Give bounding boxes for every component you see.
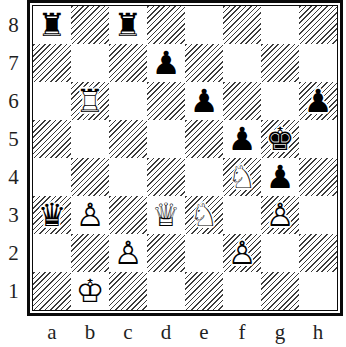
square-c7[interactable] [109,44,147,82]
square-f6[interactable] [223,82,261,120]
square-e5[interactable] [185,120,223,158]
piece-white-rook-b6[interactable]: ♜♖ [71,82,109,120]
square-d6[interactable] [147,82,185,120]
square-c3[interactable] [109,196,147,234]
piece-black-king-g5[interactable]: ♚♚ [261,120,299,158]
piece-black-pawn-g4[interactable]: ♟♟ [261,158,299,196]
black-queen-icon: ♛ [33,196,71,234]
piece-black-pawn-d7[interactable]: ♟♟ [147,44,185,82]
square-e3[interactable]: ♞♘ [185,196,223,234]
white-pawn-icon: ♙ [109,234,147,272]
black-rook-icon: ♜ [109,6,147,44]
square-g8[interactable] [261,6,299,44]
piece-white-pawn-b3[interactable]: ♟♙ [71,196,109,234]
square-g7[interactable] [261,44,299,82]
square-g6[interactable] [261,82,299,120]
square-h3[interactable] [299,196,337,234]
black-pawn-icon: ♟ [261,158,299,196]
piece-white-pawn-f2[interactable]: ♟♙ [223,234,261,272]
square-e6[interactable]: ♟♟ [185,82,223,120]
file-label-b: b [71,319,109,345]
square-f1[interactable] [223,272,261,310]
square-d8[interactable] [147,6,185,44]
white-pawn-icon: ♙ [71,196,109,234]
square-d7[interactable]: ♟♟ [147,44,185,82]
piece-white-pawn-g3[interactable]: ♟♙ [261,196,299,234]
white-knight-icon: ♘ [185,196,223,234]
black-pawn-icon: ♟ [299,82,337,120]
square-h1[interactable] [299,272,337,310]
piece-black-pawn-f5[interactable]: ♟♟ [223,120,261,158]
square-f4[interactable]: ♞♘ [223,158,261,196]
file-label-g: g [261,319,299,345]
piece-white-king-b1[interactable]: ♚♔ [71,272,109,310]
white-king-icon: ♔ [71,272,109,310]
piece-white-knight-e3[interactable]: ♞♘ [185,196,223,234]
square-f8[interactable] [223,6,261,44]
square-a8[interactable]: ♜♜ [33,6,71,44]
square-h8[interactable] [299,6,337,44]
rank-label-4: 4 [0,158,27,196]
square-g3[interactable]: ♟♙ [261,196,299,234]
rank-label-3: 3 [0,196,27,234]
square-f3[interactable] [223,196,261,234]
file-label-c: c [109,319,147,345]
square-b3[interactable]: ♟♙ [71,196,109,234]
file-label-e: e [185,319,223,345]
rank-label-5: 5 [0,120,27,158]
square-b7[interactable] [71,44,109,82]
rank-label-1: 1 [0,272,27,310]
rank-label-7: 7 [0,44,27,82]
square-a6[interactable] [33,82,71,120]
piece-black-pawn-e6[interactable]: ♟♟ [185,82,223,120]
white-pawn-icon: ♙ [223,234,261,272]
file-labels-row: abcdefgh [0,316,346,345]
square-h6[interactable]: ♟♟ [299,82,337,120]
square-d5[interactable] [147,120,185,158]
square-h7[interactable] [299,44,337,82]
piece-black-rook-a8[interactable]: ♜♜ [33,6,71,44]
square-b1[interactable]: ♚♔ [71,272,109,310]
square-h2[interactable] [299,234,337,272]
square-d3[interactable]: ♛♕ [147,196,185,234]
square-a2[interactable] [33,234,71,272]
board: ♜♜♜♜♟♟♜♖♟♟♟♟♟♟♚♚♞♘♟♟♛♛♟♙♛♕♞♘♟♙♟♙♟♙♚♔ [32,5,338,311]
square-c2[interactable]: ♟♙ [109,234,147,272]
white-queen-icon: ♕ [147,196,185,234]
square-f5[interactable]: ♟♟ [223,120,261,158]
square-c8[interactable]: ♜♜ [109,6,147,44]
square-c5[interactable] [109,120,147,158]
square-g2[interactable] [261,234,299,272]
square-f7[interactable] [223,44,261,82]
board-area: 87654321 ♜♜♜♜♟♟♜♖♟♟♟♟♟♟♚♚♞♘♟♟♛♛♟♙♛♕♞♘♟♙♟… [0,0,346,316]
piece-black-queen-a3[interactable]: ♛♛ [33,196,71,234]
black-pawn-icon: ♟ [185,82,223,120]
square-g5[interactable]: ♚♚ [261,120,299,158]
file-labels-spacer [0,316,33,345]
square-e7[interactable] [185,44,223,82]
square-e4[interactable] [185,158,223,196]
piece-white-queen-d3[interactable]: ♛♕ [147,196,185,234]
file-label-a: a [33,319,71,345]
black-pawn-icon: ♟ [147,44,185,82]
piece-black-rook-c8[interactable]: ♜♜ [109,6,147,44]
black-rook-icon: ♜ [33,6,71,44]
file-label-f: f [223,319,261,345]
rank-label-8: 8 [0,6,27,44]
piece-white-knight-f4[interactable]: ♞♘ [223,158,261,196]
square-d2[interactable] [147,234,185,272]
piece-white-pawn-c2[interactable]: ♟♙ [109,234,147,272]
file-label-d: d [147,319,185,345]
square-c6[interactable] [109,82,147,120]
square-f2[interactable]: ♟♙ [223,234,261,272]
piece-black-pawn-h6[interactable]: ♟♟ [299,82,337,120]
square-b4[interactable] [71,158,109,196]
square-e1[interactable] [185,272,223,310]
black-king-icon: ♚ [261,120,299,158]
square-b8[interactable] [71,6,109,44]
white-knight-icon: ♘ [223,158,261,196]
square-b6[interactable]: ♜♖ [71,82,109,120]
square-h4[interactable] [299,158,337,196]
square-c1[interactable] [109,272,147,310]
white-rook-icon: ♖ [71,82,109,120]
square-a5[interactable] [33,120,71,158]
rank-label-6: 6 [0,82,27,120]
square-d1[interactable] [147,272,185,310]
rank-label-2: 2 [0,234,27,272]
square-e8[interactable] [185,6,223,44]
chess-diagram: 87654321 ♜♜♜♜♟♟♜♖♟♟♟♟♟♟♚♚♞♘♟♟♛♛♟♙♛♕♞♘♟♙♟… [0,0,346,347]
board-frame: ♜♜♜♜♟♟♜♖♟♟♟♟♟♟♚♚♞♘♟♟♛♛♟♙♛♕♞♘♟♙♟♙♟♙♚♔ [27,0,343,316]
square-b5[interactable] [71,120,109,158]
square-e2[interactable] [185,234,223,272]
black-pawn-icon: ♟ [223,120,261,158]
square-g4[interactable]: ♟♟ [261,158,299,196]
square-a3[interactable]: ♛♛ [33,196,71,234]
square-c4[interactable] [109,158,147,196]
square-g1[interactable] [261,272,299,310]
square-a1[interactable] [33,272,71,310]
square-h5[interactable] [299,120,337,158]
square-b2[interactable] [71,234,109,272]
square-a4[interactable] [33,158,71,196]
file-label-h: h [299,319,337,345]
rank-labels: 87654321 [0,0,27,310]
square-a7[interactable] [33,44,71,82]
white-pawn-icon: ♙ [261,196,299,234]
square-d4[interactable] [147,158,185,196]
file-labels: abcdefgh [33,316,337,345]
